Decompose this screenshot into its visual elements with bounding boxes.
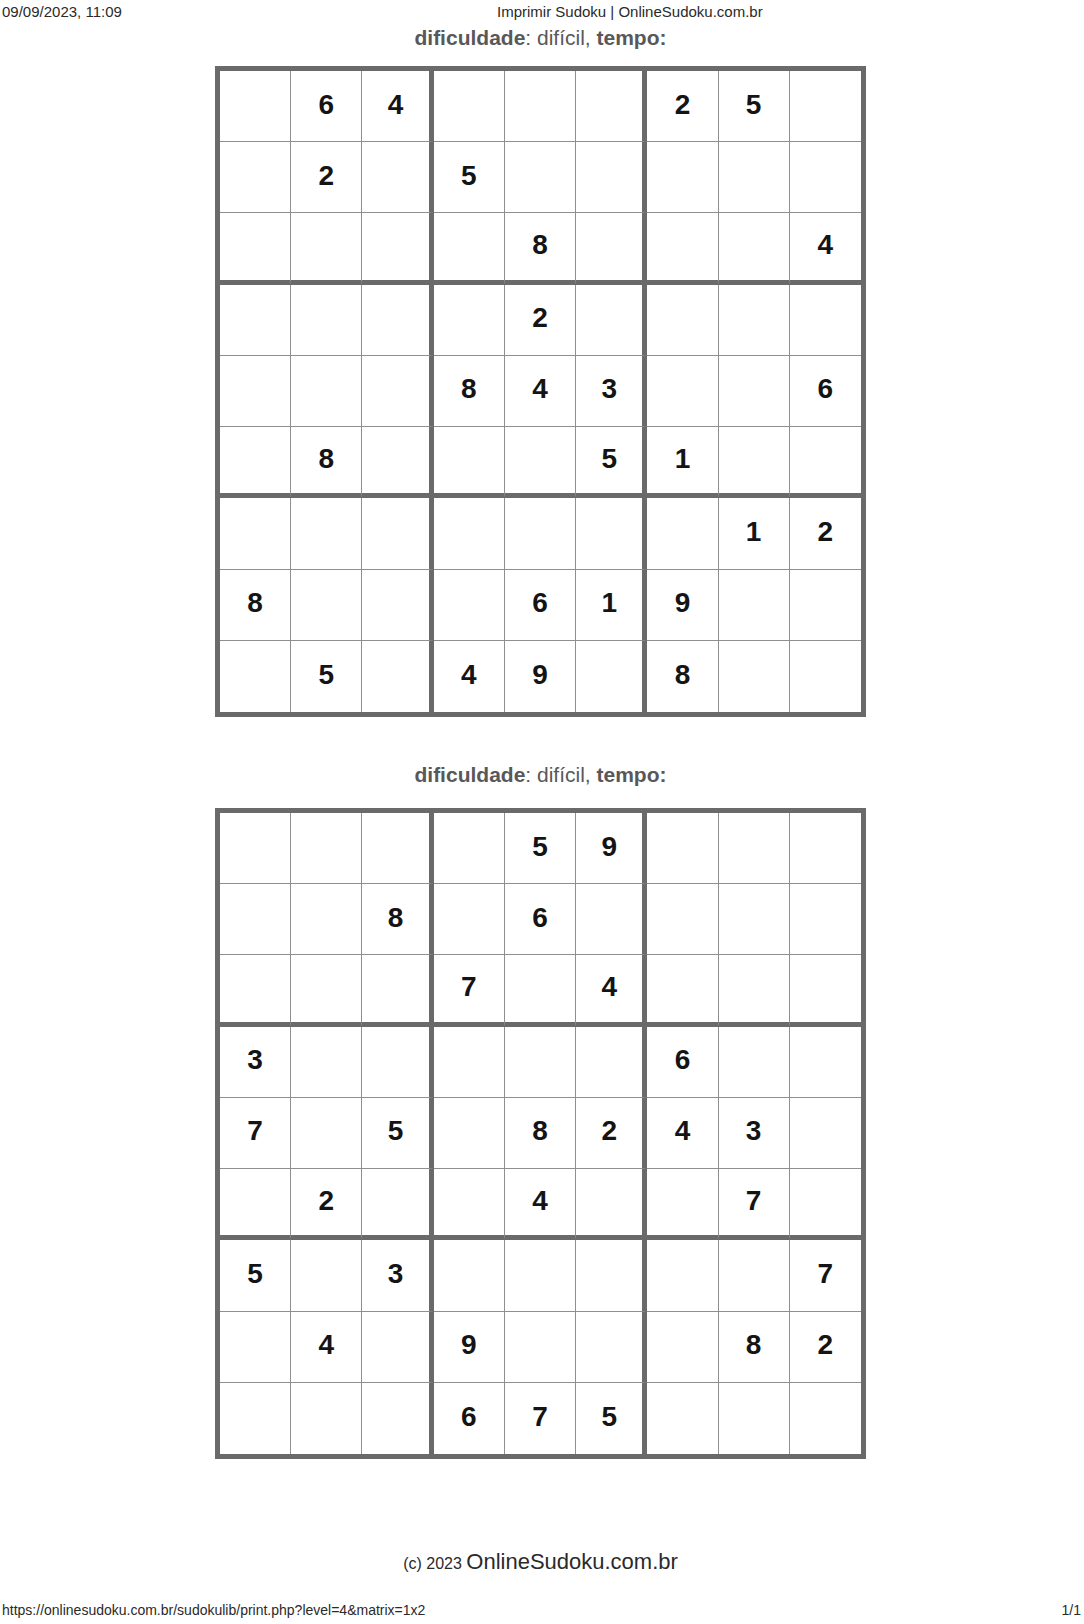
cell-r3c1: [220, 213, 291, 284]
cell-r8c9: 2: [790, 1312, 861, 1383]
cell-r5c5: 4: [505, 356, 576, 427]
cell-r7c2: [291, 1240, 362, 1311]
cell-r6c8: [719, 427, 790, 498]
cell-r3c5: [505, 955, 576, 1026]
cell-r8c2: 4: [291, 1312, 362, 1383]
cell-r3c4: [434, 213, 505, 284]
cell-r6c1: [220, 1169, 291, 1240]
cell-r4c1: [220, 285, 291, 356]
cell-r4c2: [291, 285, 362, 356]
cell-r4c1: 3: [220, 1027, 291, 1098]
cell-r1c7: [647, 813, 718, 884]
cell-r6c7: [647, 1169, 718, 1240]
cell-r3c2: [291, 955, 362, 1026]
header-datetime: 09/09/2023, 11:09: [2, 3, 122, 20]
cell-r5c8: [719, 356, 790, 427]
sudoku-grid-1: 64252584284368511286195498: [215, 66, 866, 717]
copyright-prefix: (c) 2023: [403, 1555, 462, 1572]
cell-r1c4: [434, 71, 505, 142]
cell-r1c6: 9: [576, 813, 647, 884]
cell-r8c2: [291, 570, 362, 641]
cell-r2c6: [576, 142, 647, 213]
site-name: OnlineSudoku.com.br: [466, 1549, 678, 1574]
page-number: 1/1: [1062, 1602, 1081, 1618]
cell-r2c9: [790, 142, 861, 213]
cell-r5c6: 2: [576, 1098, 647, 1169]
cell-r7c5: [505, 1240, 576, 1311]
cell-r3c3: [362, 213, 433, 284]
cell-r2c6: [576, 884, 647, 955]
cell-r7c9: 2: [790, 498, 861, 569]
cell-r1c3: [362, 813, 433, 884]
cell-r2c3: 8: [362, 884, 433, 955]
cell-r6c3: [362, 427, 433, 498]
cell-r7c6: [576, 498, 647, 569]
cell-r6c8: 7: [719, 1169, 790, 1240]
cell-r5c4: [434, 1098, 505, 1169]
cell-r7c1: 5: [220, 1240, 291, 1311]
cell-r3c1: [220, 955, 291, 1026]
cell-r1c5: 5: [505, 813, 576, 884]
cell-r4c5: [505, 1027, 576, 1098]
cell-r5c1: [220, 356, 291, 427]
cell-r3c8: [719, 955, 790, 1026]
cell-r8c5: [505, 1312, 576, 1383]
cell-r9c2: 5: [291, 641, 362, 712]
cell-r4c5: 2: [505, 285, 576, 356]
cell-r7c8: 1: [719, 498, 790, 569]
cell-r1c1: [220, 813, 291, 884]
cell-r2c1: [220, 884, 291, 955]
cell-r4c3: [362, 1027, 433, 1098]
cell-r8c1: 8: [220, 570, 291, 641]
cell-r8c9: [790, 570, 861, 641]
cell-r8c4: 9: [434, 1312, 505, 1383]
cell-r9c3: [362, 641, 433, 712]
cell-r2c8: [719, 884, 790, 955]
cell-r8c3: [362, 570, 433, 641]
cell-r1c9: [790, 71, 861, 142]
cell-r3c2: [291, 213, 362, 284]
cell-r4c9: [790, 285, 861, 356]
cell-r7c4: [434, 1240, 505, 1311]
cell-r9c4: 4: [434, 641, 505, 712]
time-label: tempo:: [597, 763, 667, 786]
puzzle1-title: dificuldade: difícil, tempo:: [215, 26, 866, 50]
cell-r9c9: [790, 1383, 861, 1454]
cell-r7c3: [362, 498, 433, 569]
cell-r6c1: [220, 427, 291, 498]
cell-r2c9: [790, 884, 861, 955]
cell-r2c8: [719, 142, 790, 213]
cell-r6c4: [434, 427, 505, 498]
cell-r4c8: [719, 285, 790, 356]
cell-r9c4: 6: [434, 1383, 505, 1454]
cell-r8c7: 9: [647, 570, 718, 641]
cell-r2c4: [434, 884, 505, 955]
cell-r4c4: [434, 285, 505, 356]
cell-r5c2: [291, 356, 362, 427]
cell-r6c7: 1: [647, 427, 718, 498]
cell-r3c7: [647, 213, 718, 284]
cell-r8c4: [434, 570, 505, 641]
puzzle2-title: dificuldade: difícil, tempo:: [215, 763, 866, 787]
cell-r1c2: [291, 813, 362, 884]
cell-r7c8: [719, 1240, 790, 1311]
cell-r3c9: [790, 955, 861, 1026]
cell-r4c6: [576, 285, 647, 356]
cell-r6c5: [505, 427, 576, 498]
cell-r5c8: 3: [719, 1098, 790, 1169]
cell-r9c8: [719, 641, 790, 712]
cell-r9c7: [647, 1383, 718, 1454]
cell-r4c2: [291, 1027, 362, 1098]
cell-r5c5: 8: [505, 1098, 576, 1169]
cell-r4c9: [790, 1027, 861, 1098]
cell-r1c3: 4: [362, 71, 433, 142]
cell-r6c6: [576, 1169, 647, 1240]
cell-r8c5: 6: [505, 570, 576, 641]
print-preview-page: { "game": "sudoku", "header": { "datetim…: [0, 0, 1084, 1624]
cell-r3c6: 4: [576, 955, 647, 1026]
difficulty-value: : difícil,: [525, 26, 596, 49]
cell-r3c4: 7: [434, 955, 505, 1026]
cell-r7c7: [647, 498, 718, 569]
difficulty-value: : difícil,: [525, 763, 596, 786]
cell-r6c9: [790, 1169, 861, 1240]
cell-r6c5: 4: [505, 1169, 576, 1240]
cell-r2c2: 2: [291, 142, 362, 213]
cell-r2c3: [362, 142, 433, 213]
cell-r4c3: [362, 285, 433, 356]
cell-r7c1: [220, 498, 291, 569]
cell-r5c6: 3: [576, 356, 647, 427]
cell-r7c5: [505, 498, 576, 569]
cell-r9c5: 9: [505, 641, 576, 712]
cell-r3c6: [576, 213, 647, 284]
cell-r9c9: [790, 641, 861, 712]
cell-r9c1: [220, 641, 291, 712]
cell-r7c4: [434, 498, 505, 569]
cell-r5c9: [790, 1098, 861, 1169]
cell-r5c1: 7: [220, 1098, 291, 1169]
cell-r4c6: [576, 1027, 647, 1098]
cell-r9c5: 7: [505, 1383, 576, 1454]
header-title: Imprimir Sudoku | OnlineSudoku.com.br: [497, 3, 763, 20]
cell-r4c4: [434, 1027, 505, 1098]
cell-r8c6: 1: [576, 570, 647, 641]
cell-r6c3: [362, 1169, 433, 1240]
cell-r1c6: [576, 71, 647, 142]
cell-r6c6: 5: [576, 427, 647, 498]
cell-r8c8: [719, 570, 790, 641]
cell-r3c5: 8: [505, 213, 576, 284]
cell-r1c8: [719, 813, 790, 884]
cell-r7c2: [291, 498, 362, 569]
cell-r7c3: 3: [362, 1240, 433, 1311]
difficulty-label: dificuldade: [414, 26, 525, 49]
cell-r1c1: [220, 71, 291, 142]
cell-r8c7: [647, 1312, 718, 1383]
cell-r5c4: 8: [434, 356, 505, 427]
cell-r4c7: [647, 285, 718, 356]
cell-r1c8: 5: [719, 71, 790, 142]
cell-r5c9: 6: [790, 356, 861, 427]
cell-r2c2: [291, 884, 362, 955]
cell-r6c2: 2: [291, 1169, 362, 1240]
cell-r9c1: [220, 1383, 291, 1454]
cell-r3c8: [719, 213, 790, 284]
cell-r1c5: [505, 71, 576, 142]
cell-r8c3: [362, 1312, 433, 1383]
cell-r3c9: 4: [790, 213, 861, 284]
footer-copyright: (c) 2023 OnlineSudoku.com.br: [215, 1549, 866, 1575]
cell-r1c9: [790, 813, 861, 884]
footer-url: https://onlinesudoku.com.br/sudokulib/pr…: [2, 1602, 425, 1618]
cell-r3c3: [362, 955, 433, 1026]
cell-r6c2: 8: [291, 427, 362, 498]
cell-r3c7: [647, 955, 718, 1026]
cell-r9c6: 5: [576, 1383, 647, 1454]
cell-r7c7: [647, 1240, 718, 1311]
sudoku-grid-2: 598674367582432475374982675: [215, 808, 866, 1459]
cell-r9c7: 8: [647, 641, 718, 712]
cell-r5c2: [291, 1098, 362, 1169]
cell-r2c7: [647, 142, 718, 213]
cell-r1c4: [434, 813, 505, 884]
cell-r2c5: 6: [505, 884, 576, 955]
cell-r2c1: [220, 142, 291, 213]
cell-r9c6: [576, 641, 647, 712]
cell-r8c8: 8: [719, 1312, 790, 1383]
cell-r6c4: [434, 1169, 505, 1240]
cell-r4c8: [719, 1027, 790, 1098]
cell-r5c7: [647, 356, 718, 427]
cell-r6c9: [790, 427, 861, 498]
cell-r2c4: 5: [434, 142, 505, 213]
cell-r5c3: 5: [362, 1098, 433, 1169]
cell-r9c3: [362, 1383, 433, 1454]
difficulty-label: dificuldade: [414, 763, 525, 786]
cell-r1c7: 2: [647, 71, 718, 142]
cell-r8c1: [220, 1312, 291, 1383]
cell-r7c9: 7: [790, 1240, 861, 1311]
cell-r4c7: 6: [647, 1027, 718, 1098]
cell-r8c6: [576, 1312, 647, 1383]
cell-r2c7: [647, 884, 718, 955]
cell-r5c3: [362, 356, 433, 427]
cell-r7c6: [576, 1240, 647, 1311]
time-label: tempo:: [597, 26, 667, 49]
cell-r9c2: [291, 1383, 362, 1454]
cell-r2c5: [505, 142, 576, 213]
cell-r1c2: 6: [291, 71, 362, 142]
cell-r9c8: [719, 1383, 790, 1454]
cell-r5c7: 4: [647, 1098, 718, 1169]
